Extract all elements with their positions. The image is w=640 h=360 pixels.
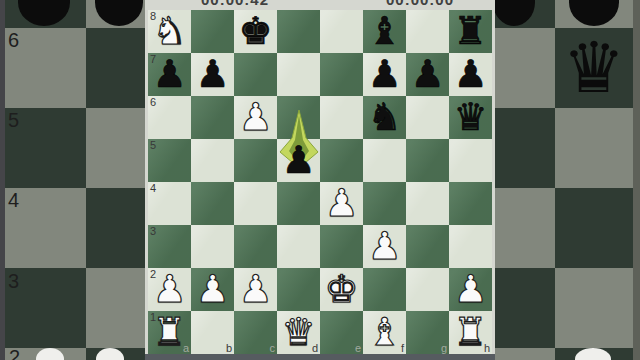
square-a6[interactable]: 6 <box>148 96 191 139</box>
right-letterbox: ♛ <box>495 0 640 360</box>
square-c4[interactable] <box>234 182 277 225</box>
square-h7[interactable]: ♟ <box>449 53 492 96</box>
rank-label: 5 <box>150 139 156 151</box>
square-e3[interactable] <box>320 225 363 268</box>
square-a2[interactable]: 2♟ <box>148 268 191 311</box>
square-h2[interactable]: ♟ <box>449 268 492 311</box>
chess-board[interactable]: 8♞♚♝♜7♟♟♟♟♟6♟♞♛5♟4♟3♟2♟♟♟♚♟1a♜bcd♛ef♝gh♜ <box>148 10 492 354</box>
black-bishop[interactable]: ♝ <box>363 10 406 53</box>
video-frame: 6 5 4 3 2 ♛ 00:00:42 00:00:00 <box>0 0 640 360</box>
bg-rank-label: 3 <box>8 271 19 291</box>
square-b8[interactable] <box>191 10 234 53</box>
black-pawn[interactable]: ♟ <box>191 53 234 96</box>
bg-square <box>86 268 148 348</box>
black-pawn[interactable]: ♟ <box>277 139 320 182</box>
square-e8[interactable] <box>320 10 363 53</box>
bg-square <box>555 188 633 268</box>
square-c8[interactable]: ♚ <box>234 10 277 53</box>
square-e1[interactable]: e <box>320 311 363 354</box>
bg-square <box>495 108 555 188</box>
square-f3[interactable]: ♟ <box>363 225 406 268</box>
bg-rank-label: 4 <box>8 190 19 210</box>
square-f6[interactable]: ♞ <box>363 96 406 139</box>
square-f1[interactable]: f♝ <box>363 311 406 354</box>
black-knight[interactable]: ♞ <box>363 96 406 139</box>
square-d4[interactable] <box>277 182 320 225</box>
square-h3[interactable] <box>449 225 492 268</box>
square-e4[interactable]: ♟ <box>320 182 363 225</box>
square-f8[interactable]: ♝ <box>363 10 406 53</box>
black-pawn[interactable]: ♟ <box>449 53 492 96</box>
white-king[interactable]: ♚ <box>320 268 363 311</box>
game-video-column: 00:00:42 00:00:00 8♞♚♝♜7♟♟♟♟♟6♟♞♛5♟4♟3♟2… <box>145 0 495 360</box>
square-d7[interactable] <box>277 53 320 96</box>
timer-bar: 00:00:42 00:00:00 <box>145 0 495 10</box>
square-h5[interactable] <box>449 139 492 182</box>
square-h4[interactable] <box>449 182 492 225</box>
bg-square <box>495 268 555 348</box>
bg-square <box>495 188 555 268</box>
bottom-strip <box>145 354 495 360</box>
square-g1[interactable]: g <box>406 311 449 354</box>
rank-label: 6 <box>150 96 156 108</box>
bg-square <box>495 348 555 360</box>
square-b5[interactable] <box>191 139 234 182</box>
blurred-black-queen-icon: ♛ <box>555 28 633 108</box>
square-a5[interactable]: 5 <box>148 139 191 182</box>
square-b2[interactable]: ♟ <box>191 268 234 311</box>
bg-rank-label: 5 <box>8 110 19 130</box>
white-pawn[interactable]: ♟ <box>449 268 492 311</box>
white-rook[interactable]: ♜ <box>449 311 492 354</box>
left-letterbox: 6 5 4 3 2 <box>0 0 148 360</box>
square-e6[interactable] <box>320 96 363 139</box>
white-pawn[interactable]: ♟ <box>234 96 277 139</box>
square-c7[interactable] <box>234 53 277 96</box>
square-g4[interactable] <box>406 182 449 225</box>
square-b3[interactable] <box>191 225 234 268</box>
square-d2[interactable] <box>277 268 320 311</box>
square-e5[interactable] <box>320 139 363 182</box>
square-g5[interactable] <box>406 139 449 182</box>
white-bishop[interactable]: ♝ <box>363 311 406 354</box>
square-b7[interactable]: ♟ <box>191 53 234 96</box>
square-b4[interactable] <box>191 182 234 225</box>
square-a4[interactable]: 4 <box>148 182 191 225</box>
white-pawn[interactable]: ♟ <box>148 268 191 311</box>
square-h8[interactable]: ♜ <box>449 10 492 53</box>
black-pawn[interactable]: ♟ <box>406 53 449 96</box>
bg-square <box>555 108 633 188</box>
white-queen[interactable]: ♛ <box>277 311 320 354</box>
white-pawn[interactable]: ♟ <box>320 182 363 225</box>
square-d3[interactable] <box>277 225 320 268</box>
bg-rank-label: 2 <box>9 347 20 360</box>
square-a3[interactable]: 3 <box>148 225 191 268</box>
black-pawn[interactable]: ♟ <box>148 53 191 96</box>
square-g6[interactable] <box>406 96 449 139</box>
square-a8[interactable]: 8♞ <box>148 10 191 53</box>
square-f2[interactable] <box>363 268 406 311</box>
square-a1[interactable]: 1a♜ <box>148 311 191 354</box>
frame-edge <box>0 0 5 360</box>
square-f5[interactable] <box>363 139 406 182</box>
white-knight[interactable]: ♞ <box>148 10 191 53</box>
square-c3[interactable] <box>234 225 277 268</box>
square-f4[interactable] <box>363 182 406 225</box>
square-c5[interactable] <box>234 139 277 182</box>
square-b1[interactable]: b <box>191 311 234 354</box>
bg-square <box>86 28 148 108</box>
square-h1[interactable]: h♜ <box>449 311 492 354</box>
bg-rank-label: 6 <box>8 30 19 50</box>
file-label: b <box>226 343 232 354</box>
square-d1[interactable]: d♛ <box>277 311 320 354</box>
square-d5[interactable]: ♟ <box>277 139 320 182</box>
square-c2[interactable]: ♟ <box>234 268 277 311</box>
square-c6[interactable]: ♟ <box>234 96 277 139</box>
timer-right: 00:00:00 <box>386 0 454 8</box>
file-label: g <box>441 343 447 354</box>
square-b6[interactable] <box>191 96 234 139</box>
white-pawn[interactable]: ♟ <box>363 225 406 268</box>
frame-edge <box>633 0 640 360</box>
bg-square <box>86 108 148 188</box>
square-d8[interactable] <box>277 10 320 53</box>
rank-label: 3 <box>150 225 156 237</box>
black-rook[interactable]: ♜ <box>449 10 492 53</box>
white-rook[interactable]: ♜ <box>148 311 191 354</box>
square-g8[interactable] <box>406 10 449 53</box>
square-g2[interactable] <box>406 268 449 311</box>
square-c1[interactable]: c <box>234 311 277 354</box>
rank-label: 4 <box>150 182 156 194</box>
white-pawn[interactable]: ♟ <box>191 268 234 311</box>
bg-square <box>555 268 633 348</box>
square-e2[interactable]: ♚ <box>320 268 363 311</box>
timer-left: 00:00:42 <box>201 0 269 8</box>
square-h6[interactable]: ♛ <box>449 96 492 139</box>
white-pawn[interactable]: ♟ <box>234 268 277 311</box>
square-a7[interactable]: 7♟ <box>148 53 191 96</box>
bg-square <box>495 28 555 108</box>
file-label: e <box>355 343 361 354</box>
square-e7[interactable] <box>320 53 363 96</box>
square-f7[interactable]: ♟ <box>363 53 406 96</box>
file-label: c <box>270 343 276 354</box>
black-queen[interactable]: ♛ <box>449 96 492 139</box>
bg-square <box>86 188 148 268</box>
square-g3[interactable] <box>406 225 449 268</box>
black-pawn[interactable]: ♟ <box>363 53 406 96</box>
black-king[interactable]: ♚ <box>234 10 277 53</box>
square-g7[interactable]: ♟ <box>406 53 449 96</box>
